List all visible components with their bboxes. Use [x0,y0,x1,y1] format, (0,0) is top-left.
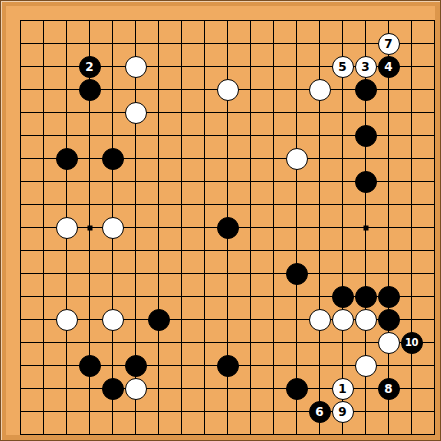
stone-white-move-9: 9 [332,401,354,423]
stone-black [355,125,377,147]
stone-white-move-3: 3 [355,56,377,78]
stone-black [286,263,308,285]
stone-black [378,286,400,308]
stone-white [125,378,147,400]
stone-black [148,309,170,331]
stone-white [355,309,377,331]
stone-black [332,286,354,308]
stone-white [125,102,147,124]
star-point [87,225,92,230]
stone-white [355,355,377,377]
stone-white [56,309,78,331]
stone-black [102,148,124,170]
stone-black [125,355,147,377]
stone-white-move-7: 7 [378,33,400,55]
stone-black [217,355,239,377]
star-point [363,225,368,230]
stone-white [125,56,147,78]
stone-white [378,332,400,354]
stone-white [56,217,78,239]
stone-black [378,309,400,331]
stone-black [79,79,101,101]
stone-white [102,309,124,331]
stone-white [309,79,331,101]
go-board[interactable]: 25347101869 [6,6,435,435]
stone-black [355,171,377,193]
stone-black-move-2: 2 [79,56,101,78]
stone-white [309,309,331,331]
stone-black-move-10: 10 [401,332,423,354]
stone-black-move-4: 4 [378,56,400,78]
stone-black [217,217,239,239]
stone-black-move-8: 8 [378,378,400,400]
stone-white-move-5: 5 [332,56,354,78]
stone-white [332,309,354,331]
stone-white [102,217,124,239]
stone-black [56,148,78,170]
stone-white [286,148,308,170]
stone-black [102,378,124,400]
board-frame: 25347101869 [0,0,441,441]
stone-black [286,378,308,400]
stone-black-move-6: 6 [309,401,331,423]
stone-black [355,286,377,308]
stone-black [79,355,101,377]
stone-white-move-1: 1 [332,378,354,400]
stone-black [355,79,377,101]
stone-white [217,79,239,101]
